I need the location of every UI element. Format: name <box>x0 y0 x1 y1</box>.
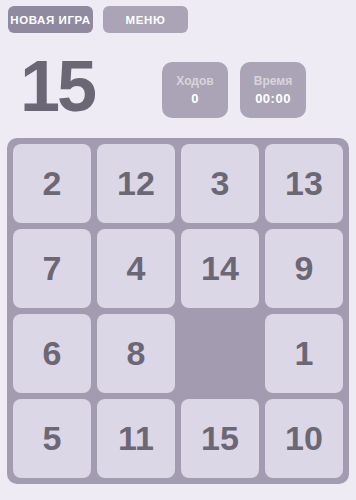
tile-9[interactable]: 9 <box>265 229 343 308</box>
time-label: Время <box>254 74 292 88</box>
tile-6[interactable]: 6 <box>13 314 91 393</box>
tile-3[interactable]: 3 <box>181 144 259 223</box>
moves-label: Ходов <box>176 74 213 88</box>
tile-14[interactable]: 14 <box>181 229 259 308</box>
tile-1[interactable]: 1 <box>265 314 343 393</box>
board: 212313741496815111510 <box>7 138 349 484</box>
tile-2[interactable]: 2 <box>13 144 91 223</box>
moves-badge: Ходов 0 <box>162 62 228 118</box>
tile-12[interactable]: 12 <box>97 144 175 223</box>
tile-5[interactable]: 5 <box>13 399 91 478</box>
new-game-button[interactable]: НОВАЯ ИГРА <box>8 6 93 33</box>
tile-7[interactable]: 7 <box>13 229 91 308</box>
menu-button[interactable]: МЕНЮ <box>103 6 188 33</box>
puzzle-title: 15 <box>20 50 94 122</box>
empty-cell <box>181 314 259 393</box>
moves-value: 0 <box>191 91 199 106</box>
tile-11[interactable]: 11 <box>97 399 175 478</box>
time-badge: Время 00:00 <box>240 62 306 118</box>
tile-10[interactable]: 10 <box>265 399 343 478</box>
time-value: 00:00 <box>255 91 291 106</box>
tile-13[interactable]: 13 <box>265 144 343 223</box>
tile-15[interactable]: 15 <box>181 399 259 478</box>
tile-4[interactable]: 4 <box>97 229 175 308</box>
tile-8[interactable]: 8 <box>97 314 175 393</box>
